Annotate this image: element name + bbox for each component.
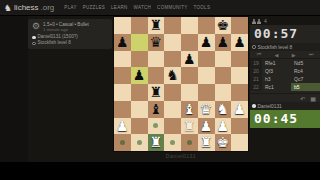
square-g5[interactable]: [215, 67, 232, 84]
square-e1[interactable]: [181, 134, 198, 151]
square-b2[interactable]: [131, 118, 148, 135]
square-e4[interactable]: [181, 84, 198, 101]
square-g1[interactable]: ♚: [215, 134, 232, 151]
knight-logo-icon: ♞: [4, 3, 12, 13]
white-player-row[interactable]: Daniel0131: [250, 102, 320, 110]
square-g4[interactable]: [215, 84, 232, 101]
square-f6[interactable]: [198, 51, 215, 68]
black-pawn-b5[interactable]: ♟: [131, 67, 148, 84]
square-h6[interactable]: [231, 51, 248, 68]
square-a1[interactable]: [114, 134, 131, 151]
square-a4[interactable]: [114, 84, 131, 101]
square-d1[interactable]: [164, 134, 181, 151]
square-f1[interactable]: ♜: [198, 134, 215, 151]
square-c1[interactable]: ♜: [148, 134, 165, 151]
move-list: 19Rfe1Nd520Qf3Rc421h3Qc722Rc1b5: [250, 59, 320, 93]
white-pawn-f2[interactable]: ♟: [198, 118, 215, 135]
next-move-button[interactable]: ▶: [292, 52, 296, 58]
move[interactable]: Rc1: [262, 83, 291, 91]
square-a6[interactable]: [114, 51, 131, 68]
bottom-caption: Daniel0131: [114, 153, 248, 159]
square-b7[interactable]: [131, 34, 148, 51]
move-active[interactable]: b5: [291, 83, 320, 91]
nav-watch[interactable]: WATCH: [134, 5, 152, 10]
dragged-piece-ghost: ♜: [181, 118, 198, 135]
black-rook-c8[interactable]: ♜: [148, 17, 165, 34]
nav-puzzles[interactable]: PUZZLES: [83, 5, 105, 10]
white-clock-active: 00:45: [250, 110, 320, 128]
black-knight-d5[interactable]: ♞: [164, 67, 181, 84]
square-e2[interactable]: ♜: [181, 118, 198, 135]
square-a5[interactable]: [114, 67, 131, 84]
move-number: 21: [250, 75, 262, 83]
square-f3[interactable]: ♛: [198, 101, 215, 118]
nav-tools[interactable]: TOOLS: [194, 5, 211, 10]
move[interactable]: Nd5: [291, 59, 320, 67]
square-c7[interactable]: ♛: [148, 34, 165, 51]
square-d7[interactable]: [164, 34, 181, 51]
black-bishop-c3[interactable]: ♝: [148, 101, 165, 118]
square-c8[interactable]: ♜: [148, 17, 165, 34]
square-g3[interactable]: ♞: [215, 101, 232, 118]
square-d6[interactable]: [164, 51, 181, 68]
square-d4[interactable]: [164, 84, 181, 101]
square-h7[interactable]: ♟: [231, 34, 248, 51]
white-queen-f3[interactable]: ♛: [198, 101, 215, 118]
chess-board[interactable]: ♜♚♟♛♟♟♟♟♟♞♜♝♝♛♞♟♟♜♟♟♜♜♚: [114, 17, 248, 151]
square-d3[interactable]: [164, 101, 181, 118]
square-h4[interactable]: [231, 84, 248, 101]
square-f7[interactable]: ♟: [198, 34, 215, 51]
prev-move-button[interactable]: ◀: [274, 52, 278, 58]
takeback-icon[interactable]: ↶: [300, 95, 305, 102]
square-b5[interactable]: ♟: [131, 67, 148, 84]
black-pawn-e6[interactable]: ♟: [181, 51, 198, 68]
square-c5[interactable]: [148, 67, 165, 84]
white-bishop-e3[interactable]: ♝: [181, 101, 198, 118]
spectators-icon: [252, 19, 262, 24]
move-row: 21h3Qc7: [250, 75, 320, 83]
move-row: 19Rfe1Nd5: [250, 59, 320, 67]
white-color-icon: [32, 36, 36, 40]
move-row: 20Qf3Rc4: [250, 67, 320, 75]
white-pawn-g2[interactable]: ♟: [215, 118, 232, 135]
white-rook-f1[interactable]: ♜: [198, 134, 215, 151]
square-e5[interactable]: [181, 67, 198, 84]
white-knight-g3[interactable]: ♞: [215, 101, 232, 118]
black-color-icon: [32, 42, 36, 46]
black-rook-c4[interactable]: ♜: [148, 84, 165, 101]
logo-suffix: .org: [41, 3, 55, 12]
square-f8[interactable]: [198, 17, 215, 34]
square-c3[interactable]: ♝: [148, 101, 165, 118]
white-pawn-h3[interactable]: ♟: [231, 101, 248, 118]
square-a8[interactable]: [114, 17, 131, 34]
spectators-row: 4: [250, 17, 320, 25]
move-row: 22Rc1b5: [250, 83, 320, 91]
move[interactable]: Rc4: [291, 67, 320, 75]
white-pawn-a2[interactable]: ♟: [114, 118, 131, 135]
white-king-g1[interactable]: ♚: [215, 134, 232, 151]
move-dest-dot-b1[interactable]: [137, 140, 142, 145]
move-number: 22: [250, 83, 262, 91]
black-pawn-h7[interactable]: ♟: [231, 34, 248, 51]
square-g6[interactable]: [215, 51, 232, 68]
game-started-label: 1 minute ago: [43, 27, 89, 32]
move-dest-dot-c2[interactable]: [153, 123, 158, 128]
square-b6[interactable]: [131, 51, 148, 68]
square-b8[interactable]: [131, 17, 148, 34]
square-h8[interactable]: [231, 17, 248, 34]
square-a2[interactable]: ♟: [114, 118, 131, 135]
square-f2[interactable]: ♟: [198, 118, 215, 135]
square-a3[interactable]: [114, 101, 131, 118]
white-player-label: Daniel0131: [258, 104, 282, 109]
square-b1[interactable]: [131, 134, 148, 151]
black-color-icon: [252, 45, 256, 49]
white-color-icon: [252, 104, 256, 108]
black-pawn-g7[interactable]: ♟: [215, 34, 232, 51]
black-player-label: Stockfish level 8: [258, 45, 293, 50]
square-c6[interactable]: [148, 51, 165, 68]
bottom-letterbox: [0, 162, 320, 180]
last-move-button[interactable]: ⏭: [309, 51, 314, 58]
square-g8[interactable]: ♚: [215, 17, 232, 34]
nav-community[interactable]: COMMUNITY: [157, 5, 187, 10]
black-queen-c7[interactable]: ♛: [148, 34, 165, 51]
square-d5[interactable]: ♞: [164, 67, 181, 84]
board-actions-row: ↶ ▦: [250, 93, 320, 102]
game-meta-panel: ⚙ 1.5+0 • Casual • Bullet 1 minute ago D…: [28, 19, 112, 49]
square-h5[interactable]: [231, 67, 248, 84]
square-f4[interactable]: [198, 84, 215, 101]
square-e8[interactable]: [181, 17, 198, 34]
white-rook-c1[interactable]: ♜: [148, 134, 165, 151]
move-dest-dot-d1[interactable]: [170, 140, 175, 145]
square-b4[interactable]: [131, 84, 148, 101]
black-player-row[interactable]: Stockfish level 8: [250, 43, 320, 51]
gear-icon: ⚙: [32, 22, 40, 32]
move-dest-dot-e1[interactable]: [187, 140, 192, 145]
top-nav-bar: ♞ lichess.org PLAY PUZZLES LEARN WATCH C…: [0, 0, 320, 16]
square-e6[interactable]: ♟: [181, 51, 198, 68]
game-side-panel: 4 00:57 Stockfish level 8 ⏮ ◀ ▶ ⏭ 19Rfe1…: [250, 17, 320, 128]
analysis-board-icon[interactable]: ▦: [310, 95, 316, 102]
move[interactable]: h3: [262, 75, 291, 83]
square-d8[interactable]: [164, 17, 181, 34]
left-margin: [0, 16, 28, 162]
black-player-name: Stockfish level 8: [38, 40, 71, 46]
square-h2[interactable]: [231, 118, 248, 135]
square-g2[interactable]: ♟: [215, 118, 232, 135]
black-pawn-f7[interactable]: ♟: [198, 34, 215, 51]
move-number: 19: [250, 59, 262, 67]
square-h3[interactable]: ♟: [231, 101, 248, 118]
square-c2[interactable]: [148, 118, 165, 135]
square-e3[interactable]: ♝: [181, 101, 198, 118]
square-h1[interactable]: [231, 134, 248, 151]
move-dest-dot-a1[interactable]: [120, 140, 125, 145]
move[interactable]: Rfe1: [262, 59, 291, 67]
nav-learn[interactable]: LEARN: [111, 5, 128, 10]
nav-play[interactable]: PLAY: [64, 5, 76, 10]
square-g7[interactable]: ♟: [215, 34, 232, 51]
first-move-button[interactable]: ⏮: [257, 51, 262, 58]
black-clock: 00:57: [250, 25, 320, 43]
square-f5[interactable]: [198, 67, 215, 84]
move[interactable]: Qc7: [291, 75, 320, 83]
square-e7[interactable]: [181, 34, 198, 51]
square-c4[interactable]: ♜: [148, 84, 165, 101]
move-number: 20: [250, 67, 262, 75]
black-pawn-a7[interactable]: ♟: [114, 34, 131, 51]
black-king-g8[interactable]: ♚: [215, 17, 232, 34]
square-b3[interactable]: [131, 101, 148, 118]
black-player-link[interactable]: Stockfish level 8: [32, 40, 108, 46]
move[interactable]: Qf3: [262, 67, 291, 75]
square-a7[interactable]: ♟: [114, 34, 131, 51]
move-nav-row: ⏮ ◀ ▶ ⏭: [250, 51, 320, 59]
main-nav: PLAY PUZZLES LEARN WATCH COMMUNITY TOOLS: [64, 5, 210, 10]
lichess-logo[interactable]: ♞ lichess.org: [4, 3, 54, 13]
square-d2[interactable]: [164, 118, 181, 135]
logo-text: lichess: [14, 3, 38, 12]
spectators-count: 4: [264, 18, 267, 24]
